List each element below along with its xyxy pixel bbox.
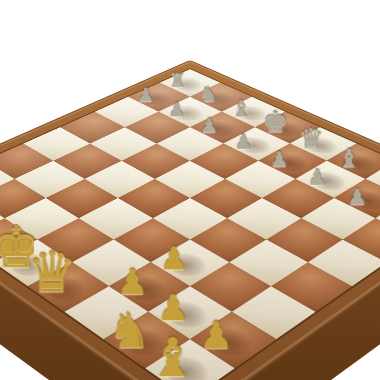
white-pawn[interactable]: ♟ [200,116,218,136]
white-pawn[interactable]: ♟ [270,149,289,170]
black-pawn[interactable]: ♟ [116,264,148,299]
white-bishop[interactable]: ♝ [337,145,359,170]
white-rook[interactable]: ♜ [168,71,185,90]
white-bishop[interactable]: ♝ [230,97,251,120]
black-knight[interactable]: ♞ [107,306,151,355]
white-knight[interactable]: ♞ [199,84,218,105]
black-pawn[interactable]: ♟ [156,289,189,325]
black-pawn[interactable]: ♟ [199,316,233,354]
white-pawn[interactable]: ♟ [137,86,154,105]
chess-table-photo: ♜♞♝♚♛♝♞♜♟♟♟♟♟♟♟♟♟♟♟♟♚♛♞♝ [0,0,380,380]
square-c1[interactable]: ♝ [327,144,380,179]
white-queen[interactable]: ♛ [298,125,323,153]
white-pawn[interactable]: ♟ [307,167,326,189]
square-b6[interactable] [190,262,271,312]
white-pawn[interactable]: ♟ [234,132,252,153]
white-pawn[interactable]: ♟ [168,100,186,120]
white-pawn[interactable]: ♟ [347,186,367,208]
black-pawn[interactable]: ♟ [159,243,188,275]
white-king[interactable]: ♚ [262,107,288,136]
square-g7[interactable] [0,179,46,218]
black-bishop[interactable]: ♝ [148,331,196,380]
black-queen[interactable]: ♛ [26,245,76,301]
